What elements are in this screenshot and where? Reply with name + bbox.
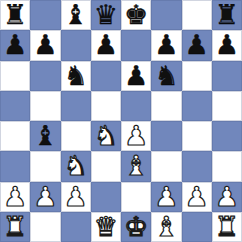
- piece-white-rook[interactable]: ♜: [215, 212, 239, 242]
- square-f2[interactable]: ♟: [151, 182, 181, 212]
- piece-white-knight[interactable]: ♞: [64, 151, 88, 181]
- square-b6[interactable]: [30, 61, 60, 91]
- square-h4[interactable]: [212, 121, 242, 151]
- square-a7[interactable]: ♟: [0, 30, 30, 60]
- square-d5[interactable]: [91, 91, 121, 121]
- square-b8[interactable]: [30, 0, 60, 30]
- piece-white-pawn[interactable]: ♟: [185, 182, 209, 212]
- square-g7[interactable]: ♟: [182, 30, 212, 60]
- piece-black-rook[interactable]: ♜: [215, 0, 239, 30]
- square-e6[interactable]: ♟: [121, 61, 151, 91]
- square-g2[interactable]: ♟: [182, 182, 212, 212]
- square-b7[interactable]: ♟: [30, 30, 60, 60]
- square-e3[interactable]: ♝: [121, 151, 151, 181]
- piece-white-pawn[interactable]: ♟: [64, 182, 88, 212]
- square-c2[interactable]: ♟: [61, 182, 91, 212]
- square-b1[interactable]: [30, 212, 60, 242]
- square-a2[interactable]: ♟: [0, 182, 30, 212]
- piece-black-knight[interactable]: ♞: [64, 61, 88, 91]
- piece-black-pawn[interactable]: ♟: [185, 30, 209, 60]
- square-d8[interactable]: ♛: [91, 0, 121, 30]
- chess-board: ♜♝♛♚♜♟♟♟♟♟♟♞♟♞♝♞♟♞♝♟♟♟♟♟♟♜♛♚♝♜: [0, 0, 242, 242]
- piece-white-pawn[interactable]: ♟: [124, 121, 148, 151]
- square-c7[interactable]: [61, 30, 91, 60]
- square-d2[interactable]: [91, 182, 121, 212]
- piece-white-bishop[interactable]: ♝: [154, 212, 178, 242]
- square-c3[interactable]: ♞: [61, 151, 91, 181]
- square-c1[interactable]: [61, 212, 91, 242]
- square-b4[interactable]: ♝: [30, 121, 60, 151]
- piece-black-king[interactable]: ♚: [124, 0, 148, 30]
- square-g1[interactable]: [182, 212, 212, 242]
- square-a6[interactable]: [0, 61, 30, 91]
- piece-white-pawn[interactable]: ♟: [154, 182, 178, 212]
- square-a8[interactable]: ♜: [0, 0, 30, 30]
- square-d4[interactable]: ♞: [91, 121, 121, 151]
- piece-black-pawn[interactable]: ♟: [3, 30, 27, 60]
- square-g4[interactable]: [182, 121, 212, 151]
- square-h7[interactable]: ♟: [212, 30, 242, 60]
- square-e7[interactable]: [121, 30, 151, 60]
- square-h3[interactable]: [212, 151, 242, 181]
- square-e8[interactable]: ♚: [121, 0, 151, 30]
- piece-black-pawn[interactable]: ♟: [124, 61, 148, 91]
- piece-black-rook[interactable]: ♜: [3, 0, 27, 30]
- square-c4[interactable]: [61, 121, 91, 151]
- square-g3[interactable]: [182, 151, 212, 181]
- square-g8[interactable]: [182, 0, 212, 30]
- square-g5[interactable]: [182, 91, 212, 121]
- square-h8[interactable]: ♜: [212, 0, 242, 30]
- piece-black-pawn[interactable]: ♟: [154, 30, 178, 60]
- square-b3[interactable]: [30, 151, 60, 181]
- piece-black-pawn[interactable]: ♟: [215, 30, 239, 60]
- piece-black-pawn[interactable]: ♟: [94, 30, 118, 60]
- square-a5[interactable]: [0, 91, 30, 121]
- square-e4[interactable]: ♟: [121, 121, 151, 151]
- square-a1[interactable]: ♜: [0, 212, 30, 242]
- piece-black-pawn[interactable]: ♟: [33, 30, 57, 60]
- piece-white-queen[interactable]: ♛: [94, 212, 118, 242]
- square-b2[interactable]: ♟: [30, 182, 60, 212]
- square-h1[interactable]: ♜: [212, 212, 242, 242]
- piece-black-bishop[interactable]: ♝: [64, 0, 88, 30]
- square-f4[interactable]: [151, 121, 181, 151]
- square-h2[interactable]: ♟: [212, 182, 242, 212]
- piece-white-pawn[interactable]: ♟: [215, 182, 239, 212]
- square-c8[interactable]: ♝: [61, 0, 91, 30]
- square-b5[interactable]: [30, 91, 60, 121]
- square-f6[interactable]: ♞: [151, 61, 181, 91]
- piece-white-rook[interactable]: ♜: [3, 212, 27, 242]
- square-g6[interactable]: [182, 61, 212, 91]
- square-f8[interactable]: [151, 0, 181, 30]
- square-d6[interactable]: [91, 61, 121, 91]
- piece-black-knight[interactable]: ♞: [154, 61, 178, 91]
- piece-black-bishop[interactable]: ♝: [33, 121, 57, 151]
- square-f1[interactable]: ♝: [151, 212, 181, 242]
- square-c5[interactable]: [61, 91, 91, 121]
- square-d7[interactable]: ♟: [91, 30, 121, 60]
- square-f5[interactable]: [151, 91, 181, 121]
- square-f3[interactable]: [151, 151, 181, 181]
- square-a3[interactable]: [0, 151, 30, 181]
- square-e5[interactable]: [121, 91, 151, 121]
- piece-white-pawn[interactable]: ♟: [3, 182, 27, 212]
- square-a4[interactable]: [0, 121, 30, 151]
- piece-white-knight[interactable]: ♞: [94, 121, 118, 151]
- piece-white-king[interactable]: ♚: [124, 212, 148, 242]
- square-f7[interactable]: ♟: [151, 30, 181, 60]
- piece-white-pawn[interactable]: ♟: [33, 182, 57, 212]
- square-e1[interactable]: ♚: [121, 212, 151, 242]
- square-e2[interactable]: [121, 182, 151, 212]
- square-d1[interactable]: ♛: [91, 212, 121, 242]
- piece-black-queen[interactable]: ♛: [94, 0, 118, 30]
- square-h5[interactable]: [212, 91, 242, 121]
- square-c6[interactable]: ♞: [61, 61, 91, 91]
- square-h6[interactable]: [212, 61, 242, 91]
- square-d3[interactable]: [91, 151, 121, 181]
- piece-white-bishop[interactable]: ♝: [124, 151, 148, 181]
